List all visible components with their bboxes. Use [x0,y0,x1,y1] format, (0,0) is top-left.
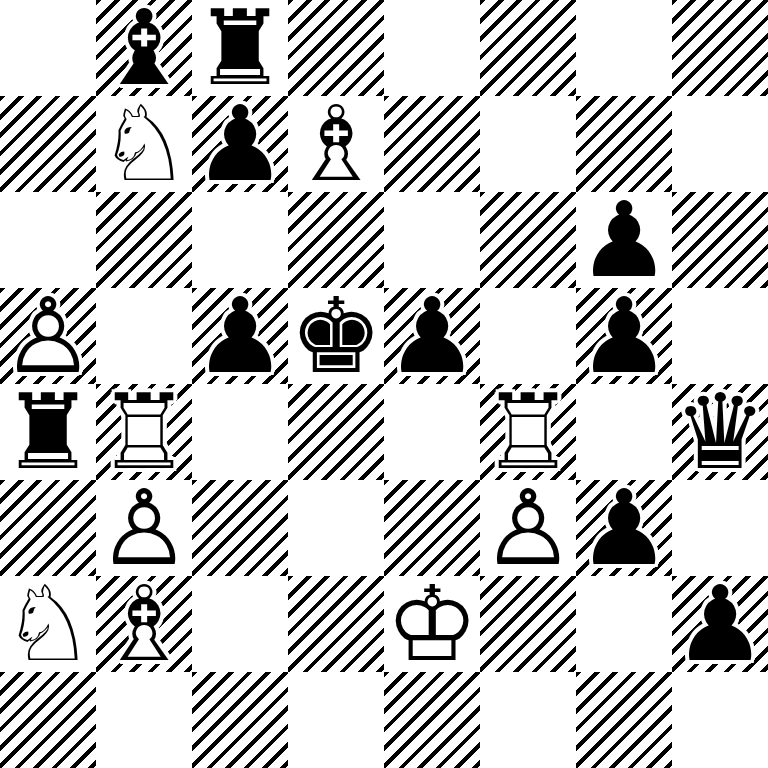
square-b4[interactable]: ♜♖ [96,384,192,480]
square-c7[interactable]: ♟♟ [192,96,288,192]
square-g5[interactable]: ♟♟ [576,288,672,384]
square-g7[interactable] [576,96,672,192]
square-b3[interactable]: ♟♙ [96,480,192,576]
square-c5[interactable]: ♟♟ [192,288,288,384]
square-b2[interactable]: ♝♗ [96,576,192,672]
square-g6[interactable]: ♟♟ [576,192,672,288]
square-a1[interactable] [0,672,96,768]
black-rook-icon: ♜ [192,0,288,96]
square-a5[interactable]: ♟♙ [0,288,96,384]
black-pawn-icon: ♟ [576,288,672,384]
square-h7[interactable] [672,96,768,192]
square-a6[interactable] [0,192,96,288]
square-d5[interactable]: ♚♚ [288,288,384,384]
square-b7[interactable]: ♞♘ [96,96,192,192]
square-h4[interactable]: ♛♛ [672,384,768,480]
square-g8[interactable] [576,0,672,96]
white-pawn-icon: ♙ [96,480,192,576]
chessboard: ♝♝♜♜♞♘♟♟♝♗♟♟♟♙♟♟♚♚♟♟♟♟♜♜♜♖♜♖♛♛♟♙♟♙♟♟♞♘♝♗… [0,0,768,768]
square-h2[interactable]: ♟♟ [672,576,768,672]
square-f2[interactable] [480,576,576,672]
square-b6[interactable] [96,192,192,288]
white-pawn-icon: ♙ [0,288,96,384]
piece-black-pawn-c5[interactable]: ♟♟ [192,288,288,384]
white-rook-icon: ♖ [96,384,192,480]
square-a8[interactable] [0,0,96,96]
white-rook-icon: ♖ [480,384,576,480]
piece-black-rook-a4[interactable]: ♜♜ [0,384,96,480]
piece-black-bishop-b8[interactable]: ♝♝ [96,0,192,96]
square-e5[interactable]: ♟♟ [384,288,480,384]
square-e3[interactable] [384,480,480,576]
square-c6[interactable] [192,192,288,288]
square-c1[interactable] [192,672,288,768]
square-d2[interactable] [288,576,384,672]
piece-white-rook-b4[interactable]: ♜♖ [96,384,192,480]
square-b8[interactable]: ♝♝ [96,0,192,96]
piece-black-queen-h4[interactable]: ♛♛ [672,384,768,480]
black-pawn-icon: ♟ [576,480,672,576]
piece-black-pawn-c7[interactable]: ♟♟ [192,96,288,192]
square-e4[interactable] [384,384,480,480]
white-bishop-icon: ♗ [288,96,384,192]
square-e7[interactable] [384,96,480,192]
white-knight-icon: ♘ [0,576,96,672]
piece-white-knight-a2[interactable]: ♞♘ [0,576,96,672]
piece-white-pawn-a5[interactable]: ♟♙ [0,288,96,384]
black-pawn-icon: ♟ [384,288,480,384]
square-f1[interactable] [480,672,576,768]
black-queen-icon: ♛ [672,384,768,480]
square-g3[interactable]: ♟♟ [576,480,672,576]
black-pawn-icon: ♟ [192,96,288,192]
black-king-icon: ♚ [288,288,384,384]
piece-black-pawn-g5[interactable]: ♟♟ [576,288,672,384]
piece-white-bishop-b2[interactable]: ♝♗ [96,576,192,672]
square-f5[interactable] [480,288,576,384]
piece-white-king-e2[interactable]: ♚♔ [384,576,480,672]
piece-white-pawn-b3[interactable]: ♟♙ [96,480,192,576]
square-c8[interactable]: ♜♜ [192,0,288,96]
square-h1[interactable] [672,672,768,768]
piece-white-knight-b7[interactable]: ♞♘ [96,96,192,192]
square-f7[interactable] [480,96,576,192]
square-d3[interactable] [288,480,384,576]
square-h5[interactable] [672,288,768,384]
square-e6[interactable] [384,192,480,288]
piece-black-pawn-h2[interactable]: ♟♟ [672,576,768,672]
square-g2[interactable] [576,576,672,672]
square-f3[interactable]: ♟♙ [480,480,576,576]
black-pawn-icon: ♟ [576,192,672,288]
square-a2[interactable]: ♞♘ [0,576,96,672]
black-rook-icon: ♜ [0,384,96,480]
square-g4[interactable] [576,384,672,480]
piece-white-pawn-f3[interactable]: ♟♙ [480,480,576,576]
square-b1[interactable] [96,672,192,768]
piece-white-rook-f4[interactable]: ♜♖ [480,384,576,480]
piece-black-pawn-e5[interactable]: ♟♟ [384,288,480,384]
square-f8[interactable] [480,0,576,96]
square-c3[interactable] [192,480,288,576]
square-d1[interactable] [288,672,384,768]
white-pawn-icon: ♙ [480,480,576,576]
square-h8[interactable] [672,0,768,96]
square-d4[interactable] [288,384,384,480]
square-d6[interactable] [288,192,384,288]
square-d7[interactable]: ♝♗ [288,96,384,192]
black-bishop-icon: ♝ [96,0,192,96]
square-h3[interactable] [672,480,768,576]
square-d8[interactable] [288,0,384,96]
square-b5[interactable] [96,288,192,384]
white-king-icon: ♔ [384,576,480,672]
square-e1[interactable] [384,672,480,768]
black-pawn-icon: ♟ [192,288,288,384]
square-a7[interactable] [0,96,96,192]
square-g1[interactable] [576,672,672,768]
piece-white-bishop-d7[interactable]: ♝♗ [288,96,384,192]
square-c2[interactable] [192,576,288,672]
piece-black-pawn-g6[interactable]: ♟♟ [576,192,672,288]
piece-black-king-d5[interactable]: ♚♚ [288,288,384,384]
piece-black-pawn-g3[interactable]: ♟♟ [576,480,672,576]
square-c4[interactable] [192,384,288,480]
square-f4[interactable]: ♜♖ [480,384,576,480]
white-bishop-icon: ♗ [96,576,192,672]
square-h6[interactable] [672,192,768,288]
square-e2[interactable]: ♚♔ [384,576,480,672]
white-knight-icon: ♘ [96,96,192,192]
square-f6[interactable] [480,192,576,288]
square-a4[interactable]: ♜♜ [0,384,96,480]
square-e8[interactable] [384,0,480,96]
piece-black-rook-c8[interactable]: ♜♜ [192,0,288,96]
black-pawn-icon: ♟ [672,576,768,672]
square-a3[interactable] [0,480,96,576]
